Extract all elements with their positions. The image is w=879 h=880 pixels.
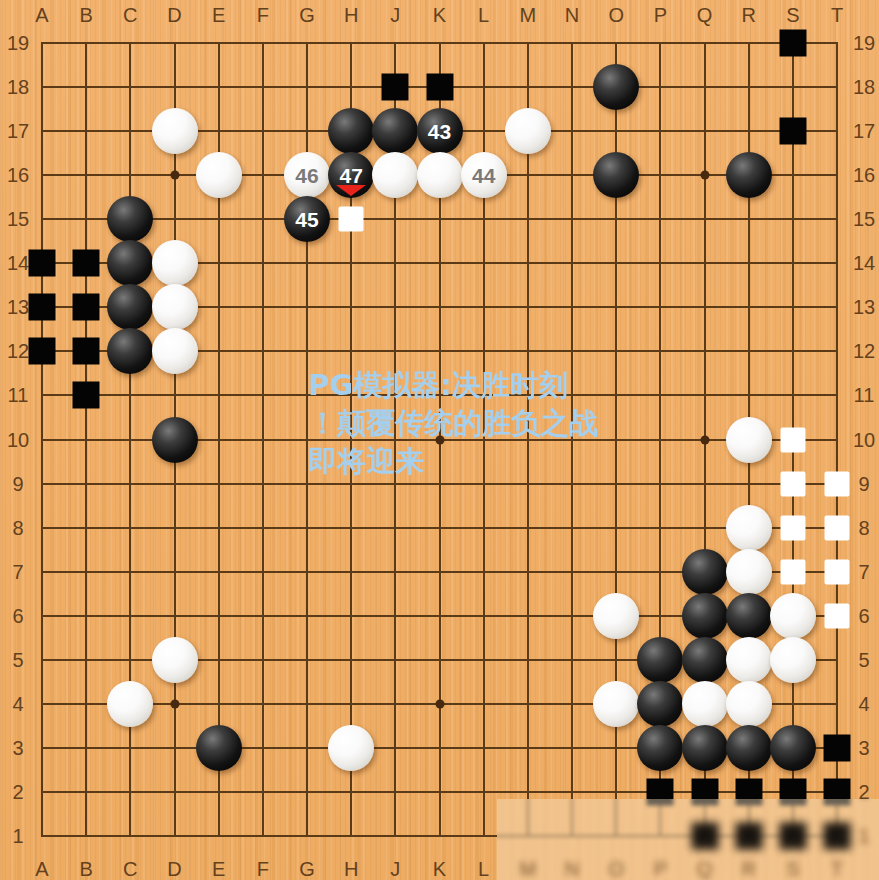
coord-label-bottom-O: O [608, 858, 624, 880]
coord-label-bottom-P: P [654, 858, 667, 880]
coord-label-bottom-R: R [741, 858, 755, 880]
watermark-line-2: ！颠覆传统的胜负之战 [308, 404, 598, 442]
mark-black-square-blurred-S1 [779, 823, 806, 850]
coord-label-bottom-T: T [831, 858, 843, 880]
go-board[interactable]: AABBCCDDEEFFGGHHJJKKLLMNOPQRST1919181817… [0, 0, 879, 880]
coord-label-bottom-M: M [519, 858, 536, 880]
coord-label-bottom-N: N [565, 858, 579, 880]
mark-black-square-blurred-T1 [824, 823, 851, 850]
mark-black-square-blurred-R1 [735, 823, 762, 850]
coord-label-bottom-Q: Q [697, 858, 713, 880]
mark-black-square-blurred-Q1 [691, 823, 718, 850]
watermark-text: PG模拟器:决胜时刻 ！颠覆传统的胜负之战 即将迎来 [308, 366, 598, 480]
coord-label-right-1: 1 [858, 825, 869, 848]
coord-label-bottom-S: S [786, 858, 799, 880]
watermark-line-3: 即将迎来 [308, 442, 598, 480]
watermark-line-1: PG模拟器:决胜时刻 [308, 366, 598, 404]
